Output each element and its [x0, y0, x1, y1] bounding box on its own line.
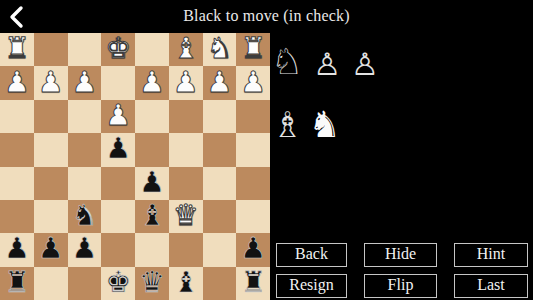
square-h6[interactable]: [0, 200, 34, 233]
square-c5[interactable]: [169, 167, 203, 200]
square-e2[interactable]: [101, 66, 135, 99]
piece-white-king[interactable]: ♚: [105, 34, 131, 63]
square-f7[interactable]: ♟: [68, 233, 102, 266]
square-d6[interactable]: ♝: [135, 200, 169, 233]
piece-black-bishop[interactable]: ♝: [139, 201, 165, 230]
square-g5[interactable]: [34, 167, 68, 200]
piece-black-bishop[interactable]: ♝: [173, 268, 199, 297]
piece-white-rook[interactable]: ♜: [240, 34, 266, 63]
square-h5[interactable]: [0, 167, 34, 200]
square-h3[interactable]: [0, 100, 34, 133]
piece-white-pawn[interactable]: ♟: [105, 101, 131, 130]
piece-white-knight[interactable]: ♞: [206, 34, 232, 63]
square-b7[interactable]: [203, 233, 237, 266]
square-a3[interactable]: [236, 100, 270, 133]
square-h1[interactable]: ♜: [0, 33, 34, 66]
piece-white-pawn[interactable]: ♟: [38, 68, 64, 97]
square-f6[interactable]: ♞: [68, 200, 102, 233]
square-a6[interactable]: [236, 200, 270, 233]
last-button[interactable]: Last: [454, 274, 528, 298]
resign-button[interactable]: Resign: [276, 274, 347, 298]
square-e6[interactable]: [101, 200, 135, 233]
square-e7[interactable]: [101, 233, 135, 266]
piece-white-pawn[interactable]: ♟: [139, 68, 165, 97]
square-f2[interactable]: ♟: [68, 66, 102, 99]
piece-white-pawn[interactable]: ♟: [71, 68, 97, 97]
captured-white-pieces-tray: ♗♞: [272, 107, 341, 143]
square-f3[interactable]: [68, 100, 102, 133]
captured-white-bishop-icon: ♗: [272, 108, 303, 143]
square-a2[interactable]: ♟: [236, 66, 270, 99]
captured-black-pieces-tray: ♘♙♙: [271, 44, 379, 80]
piece-white-pawn[interactable]: ♟: [173, 68, 199, 97]
piece-black-rook[interactable]: ♜: [240, 268, 266, 297]
side-panel: ♘♙♙ ♗♞ Back Hide Hint Resign Flip Last: [270, 33, 533, 300]
square-a4[interactable]: [236, 133, 270, 166]
square-h2[interactable]: ♟: [0, 66, 34, 99]
square-f8[interactable]: [68, 267, 102, 300]
square-g6[interactable]: [34, 200, 68, 233]
piece-white-pawn[interactable]: ♟: [240, 68, 266, 97]
piece-black-pawn[interactable]: ♟: [105, 134, 131, 163]
square-d1[interactable]: [135, 33, 169, 66]
square-b2[interactable]: ♟: [203, 66, 237, 99]
square-h4[interactable]: [0, 133, 34, 166]
square-h7[interactable]: ♟: [0, 233, 34, 266]
piece-white-pawn[interactable]: ♟: [206, 68, 232, 97]
square-g1[interactable]: [34, 33, 68, 66]
square-c1[interactable]: ♝: [169, 33, 203, 66]
square-b4[interactable]: [203, 133, 237, 166]
piece-black-pawn[interactable]: ♟: [139, 168, 165, 197]
square-g3[interactable]: [34, 100, 68, 133]
piece-black-pawn[interactable]: ♟: [38, 234, 64, 263]
chess-board[interactable]: ♜♚♝♞♜♟♟♟♟♟♟♟♟♟♟♞♝♛♟♟♟♟♜♚♛♝♜: [0, 33, 270, 300]
square-f1[interactable]: [68, 33, 102, 66]
captured-black-knight-icon: ♘: [271, 44, 303, 80]
flip-button[interactable]: Flip: [364, 274, 437, 298]
piece-black-pawn[interactable]: ♟: [71, 234, 97, 263]
captured-black-pawn-icon: ♙: [351, 49, 379, 80]
square-c6[interactable]: ♛: [169, 200, 203, 233]
piece-white-pawn[interactable]: ♟: [4, 68, 30, 97]
piece-white-bishop[interactable]: ♝: [173, 34, 199, 63]
piece-black-pawn[interactable]: ♟: [4, 234, 30, 263]
piece-white-rook[interactable]: ♜: [4, 34, 30, 63]
captured-black-pawn-icon: ♙: [313, 49, 341, 80]
piece-white-queen[interactable]: ♛: [173, 201, 199, 230]
square-b5[interactable]: [203, 167, 237, 200]
square-d3[interactable]: [135, 100, 169, 133]
square-e4[interactable]: ♟: [101, 133, 135, 166]
button-grid: Back Hide Hint Resign Flip Last: [276, 243, 528, 298]
header: Black to move (in check): [0, 0, 533, 33]
captured-white-knight-icon: ♞: [308, 107, 340, 143]
square-a8[interactable]: ♜: [236, 267, 270, 300]
square-c3[interactable]: [169, 100, 203, 133]
square-a1[interactable]: ♜: [236, 33, 270, 66]
square-a5[interactable]: [236, 167, 270, 200]
hide-button[interactable]: Hide: [364, 243, 437, 267]
app-screen: Black to move (in check) ♜♚♝♞♜♟♟♟♟♟♟♟♟♟♟…: [0, 0, 533, 300]
square-c8[interactable]: ♝: [169, 267, 203, 300]
square-g2[interactable]: ♟: [34, 66, 68, 99]
back-move-button[interactable]: Back: [276, 243, 347, 267]
square-c2[interactable]: ♟: [169, 66, 203, 99]
square-e5[interactable]: [101, 167, 135, 200]
piece-black-knight[interactable]: ♞: [71, 201, 97, 230]
square-d7[interactable]: [135, 233, 169, 266]
square-d4[interactable]: [135, 133, 169, 166]
square-c4[interactable]: [169, 133, 203, 166]
square-d5[interactable]: ♟: [135, 167, 169, 200]
square-a7[interactable]: ♟: [236, 233, 270, 266]
square-h8[interactable]: ♜: [0, 267, 34, 300]
square-b8[interactable]: [203, 267, 237, 300]
square-f4[interactable]: [68, 133, 102, 166]
square-b3[interactable]: [203, 100, 237, 133]
square-b1[interactable]: ♞: [203, 33, 237, 66]
square-g7[interactable]: ♟: [34, 233, 68, 266]
square-f5[interactable]: [68, 167, 102, 200]
piece-black-pawn[interactable]: ♟: [240, 234, 266, 263]
square-g8[interactable]: [34, 267, 68, 300]
square-b6[interactable]: [203, 200, 237, 233]
page-title: Black to move (in check): [0, 7, 533, 25]
square-e8[interactable]: ♚: [101, 267, 135, 300]
square-c7[interactable]: [169, 233, 203, 266]
square-d8[interactable]: ♛: [135, 267, 169, 300]
square-e1[interactable]: ♚: [101, 33, 135, 66]
square-e3[interactable]: ♟: [101, 100, 135, 133]
piece-black-king[interactable]: ♚: [105, 268, 131, 297]
piece-black-queen[interactable]: ♛: [139, 268, 165, 297]
piece-black-rook[interactable]: ♜: [4, 268, 30, 297]
square-d2[interactable]: ♟: [135, 66, 169, 99]
hint-button[interactable]: Hint: [454, 243, 528, 267]
square-g4[interactable]: [34, 133, 68, 166]
